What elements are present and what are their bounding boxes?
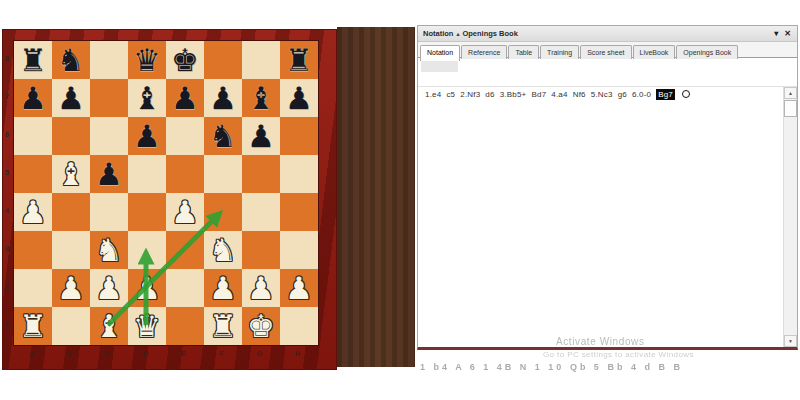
square-b5[interactable]: ♝ [52,155,90,193]
white-pawn-c2[interactable]: ♟ [90,269,128,307]
rank-label-1: 1 [2,306,13,344]
square-h3[interactable] [280,231,318,269]
black-rook-a8[interactable]: ♜ [14,41,52,79]
black-queen-d8[interactable]: ♛ [128,41,166,79]
file-label-a: A [13,345,51,363]
square-d3[interactable] [128,231,166,269]
square-d8[interactable]: ♛ [128,41,166,79]
square-b2[interactable]: ♟ [52,269,90,307]
app-window: ♜♞♛♚♜♟♟♝♟♟♝♟♟♞♟♝♟♟♟♞♞♟♟♟♟♟♟♜♝♛♜♚ 8765432… [0,0,800,400]
white-pawn-h2[interactable]: ♟ [280,269,318,307]
file-label-e: E [165,345,203,363]
square-a1[interactable]: ♜ [14,307,52,345]
square-a7[interactable]: ♟ [14,79,52,117]
black-knight-f6[interactable]: ♞ [204,117,242,155]
black-pawn-e7[interactable]: ♟ [166,79,204,117]
square-h4[interactable] [280,193,318,231]
rank-label-6: 6 [2,116,13,154]
black-knight-b8[interactable]: ♞ [52,41,90,79]
tab-reference[interactable]: Reference [461,45,507,60]
move-5.Nc3[interactable]: 5.Nc3 [591,90,613,99]
square-e8[interactable]: ♚ [166,41,204,79]
vertical-scrollbar[interactable]: ▲ ▼ [783,87,797,347]
square-e1[interactable] [166,307,204,345]
move-Bg7[interactable]: Bg7 [656,89,675,100]
content-divider [418,86,797,87]
square-f1[interactable]: ♜ [204,307,242,345]
panel-titlebar: Notation▴Openings Book ▾✕ [418,26,797,42]
square-f5[interactable] [204,155,242,193]
square-g7[interactable]: ♝ [242,79,280,117]
tab-openings-book[interactable]: Openings Book [676,45,738,60]
white-to-move-circle-icon [682,90,690,98]
square-b8[interactable]: ♞ [52,41,90,79]
rank-label-2: 2 [2,268,13,306]
notation-panel: Notation▴Openings Book ▾✕ NotationRefere… [417,25,798,350]
square-b1[interactable] [52,307,90,345]
black-pawn-b7[interactable]: ♟ [52,79,90,117]
activate-windows-watermark: Activate Windows [556,336,645,347]
square-d5[interactable] [128,155,166,193]
move-2.Nf3[interactable]: 2.Nf3 [460,90,480,99]
white-knight-c3[interactable]: ♞ [90,231,128,269]
square-d6[interactable]: ♟ [128,117,166,155]
square-h8[interactable]: ♜ [280,41,318,79]
square-d2[interactable]: ♟ [128,269,166,307]
white-rook-f1[interactable]: ♜ [204,307,242,345]
panel-title-secondary: Openings Book [462,29,517,38]
rank-label-4: 4 [2,192,13,230]
move-6.0-0[interactable]: 6.0-0 [632,90,651,99]
square-d7[interactable]: ♝ [128,79,166,117]
square-c4[interactable] [90,193,128,231]
square-a2[interactable] [14,269,52,307]
square-h6[interactable] [280,117,318,155]
black-pawn-f7[interactable]: ♟ [204,79,242,117]
rank-label-7: 7 [2,78,13,116]
game-header-chip [421,61,458,72]
black-rook-h8[interactable]: ♜ [280,41,318,79]
file-label-h: H [279,345,317,363]
file-label-d: D [127,345,165,363]
square-c8[interactable] [90,41,128,79]
file-label-f: F [203,345,241,363]
move-d6[interactable]: d6 [485,90,494,99]
square-f2[interactable]: ♟ [204,269,242,307]
notation-moves: 1.e4c52.Nf3d63.Bb5+Bd74.a4Nf65.Nc3g66.0-… [425,90,779,99]
black-pawn-d6[interactable]: ♟ [128,117,166,155]
square-c5[interactable]: ♟ [90,155,128,193]
square-b3[interactable] [52,231,90,269]
square-g6[interactable]: ♟ [242,117,280,155]
white-pawn-b2[interactable]: ♟ [52,269,90,307]
square-e7[interactable]: ♟ [166,79,204,117]
file-label-g: G [241,345,279,363]
white-pawn-f2[interactable]: ♟ [204,269,242,307]
board-squares: ♜♞♛♚♜♟♟♝♟♟♝♟♟♞♟♝♟♟♟♞♞♟♟♟♟♟♟♜♝♛♜♚ [13,40,319,346]
square-b6[interactable] [52,117,90,155]
black-pawn-a7[interactable]: ♟ [14,79,52,117]
square-a6[interactable] [14,117,52,155]
file-label-b: B [51,345,89,363]
square-b7[interactable]: ♟ [52,79,90,117]
rank-label-8: 8 [2,40,13,78]
square-a5[interactable] [14,155,52,193]
white-pawn-a4[interactable]: ♟ [14,193,52,231]
square-h5[interactable] [280,155,318,193]
square-a3[interactable] [14,231,52,269]
move-g6[interactable]: g6 [618,90,627,99]
square-a4[interactable]: ♟ [14,193,52,231]
move-3.Bb5+[interactable]: 3.Bb5+ [500,90,527,99]
rank-label-5: 5 [2,154,13,192]
tab-score-sheet[interactable]: Score sheet [580,45,631,60]
square-f6[interactable]: ♞ [204,117,242,155]
square-e2[interactable] [166,269,204,307]
square-h7[interactable]: ♟ [280,79,318,117]
square-a8[interactable]: ♜ [14,41,52,79]
square-h2[interactable]: ♟ [280,269,318,307]
square-f3[interactable]: ♞ [204,231,242,269]
chess-board-frame: ♜♞♛♚♜♟♟♝♟♟♝♟♟♞♟♝♟♟♟♞♞♟♟♟♟♟♟♜♝♛♜♚ 8765432… [2,29,337,370]
square-c2[interactable]: ♟ [90,269,128,307]
square-f4[interactable] [204,193,242,231]
square-b4[interactable] [52,193,90,231]
tab-notation[interactable]: Notation [420,45,460,61]
scroll-down-button[interactable]: ▼ [784,335,797,347]
white-queen-d1[interactable]: ♛ [128,307,166,345]
black-pawn-c5[interactable]: ♟ [90,155,128,193]
rank-label-3: 3 [2,230,13,268]
square-c1[interactable]: ♝ [90,307,128,345]
tab-livebook[interactable]: LiveBook [633,45,676,60]
tab-table[interactable]: Table [508,45,539,60]
square-e4[interactable]: ♟ [166,193,204,231]
square-g3[interactable] [242,231,280,269]
white-rook-a1[interactable]: ♜ [14,307,52,345]
dropdown-icon[interactable]: ▾ [771,26,781,41]
cutoff-book-row: 1 b4 A 6 1 4B N 1 10 Qb 5 Bb 4 d B B [420,362,792,374]
black-king-e8[interactable]: ♚ [166,41,204,79]
close-icon[interactable]: ✕ [781,26,794,41]
white-knight-f3[interactable]: ♞ [204,231,242,269]
scroll-up-button[interactable]: ▲ [784,87,797,99]
activate-windows-subtext: Go to PC settings to activate Windows [543,350,694,359]
black-bishop-d7[interactable]: ♝ [128,79,166,117]
square-c7[interactable] [90,79,128,117]
square-g1[interactable]: ♚ [242,307,280,345]
move-4.a4[interactable]: 4.a4 [551,90,567,99]
table-background [337,27,415,367]
move-1.e4[interactable]: 1.e4 [425,90,441,99]
square-g2[interactable]: ♟ [242,269,280,307]
white-bishop-c1[interactable]: ♝ [90,307,128,345]
scroll-thumb[interactable] [784,100,797,117]
square-e3[interactable] [166,231,204,269]
move-c5[interactable]: c5 [446,90,455,99]
square-g5[interactable] [242,155,280,193]
black-pawn-g6[interactable]: ♟ [242,117,280,155]
white-bishop-b5[interactable]: ♝ [52,155,90,193]
tab-training[interactable]: Training [540,45,579,60]
white-pawn-d2[interactable]: ♟ [128,269,166,307]
square-c6[interactable] [90,117,128,155]
square-d1[interactable]: ♛ [128,307,166,345]
black-pawn-h7[interactable]: ♟ [280,79,318,117]
square-e6[interactable] [166,117,204,155]
square-g4[interactable] [242,193,280,231]
square-d4[interactable] [128,193,166,231]
square-c3[interactable]: ♞ [90,231,128,269]
black-bishop-g7[interactable]: ♝ [242,79,280,117]
move-Bd7[interactable]: Bd7 [531,90,546,99]
white-pawn-g2[interactable]: ♟ [242,269,280,307]
white-king-g1[interactable]: ♚ [242,307,280,345]
white-pawn-e4[interactable]: ♟ [166,193,204,231]
square-g8[interactable] [242,41,280,79]
panel-title-primary: Notation [418,29,453,38]
square-f8[interactable] [204,41,242,79]
file-label-c: C [89,345,127,363]
square-f7[interactable]: ♟ [204,79,242,117]
move-Nf6[interactable]: Nf6 [573,90,586,99]
notation-content: 1.e4c52.Nf3d63.Bb5+Bd74.a4Nf65.Nc3g66.0-… [418,59,797,347]
square-h1[interactable] [280,307,318,345]
tab-bar: NotationReferenceTableTrainingScore shee… [418,42,797,58]
square-e5[interactable] [166,155,204,193]
